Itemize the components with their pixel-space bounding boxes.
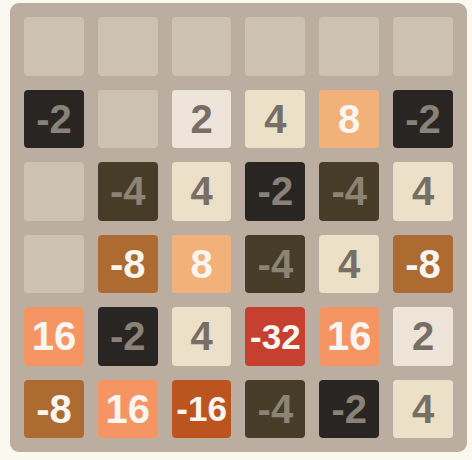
tile--2-r2c1: -2 <box>24 90 84 149</box>
cell-r3c5: -4 <box>319 162 379 221</box>
cell-r2c6: -2 <box>393 90 453 149</box>
cell-r5c5: 16 <box>319 307 379 366</box>
cell-r4c1 <box>24 235 84 294</box>
tile-4-r5c3: 4 <box>172 307 232 366</box>
cell-r4c6: -8 <box>393 235 453 294</box>
cell-r3c2: -4 <box>98 162 158 221</box>
tile-16-r5c1: 16 <box>24 307 84 366</box>
cell-r6c6: 4 <box>393 380 453 439</box>
cell-r4c3: 8 <box>172 235 232 294</box>
cell-r3c3: 4 <box>172 162 232 221</box>
tile-16-r6c2: 16 <box>98 380 158 439</box>
tile-4-r3c6: 4 <box>393 162 453 221</box>
tile--2-r2c6: -2 <box>393 90 453 149</box>
cell-r6c3: -16 <box>172 380 232 439</box>
cell-r2c1: -2 <box>24 90 84 149</box>
cell-r4c5: 4 <box>319 235 379 294</box>
tile--2-r3c4: -2 <box>245 162 305 221</box>
cell-r4c2: -8 <box>98 235 158 294</box>
cell-r2c5: 8 <box>319 90 379 149</box>
tile--8-r4c6: -8 <box>393 235 453 294</box>
tile--8-r6c1: -8 <box>24 380 84 439</box>
tile--16-r6c3: -16 <box>172 380 232 439</box>
tile-4-r4c5: 4 <box>319 235 379 294</box>
cell-r2c3: 2 <box>172 90 232 149</box>
cell-r6c2: 16 <box>98 380 158 439</box>
cell-r1c4 <box>245 17 305 76</box>
cell-r1c6 <box>393 17 453 76</box>
cell-r3c6: 4 <box>393 162 453 221</box>
cell-r1c3 <box>172 17 232 76</box>
tile--4-r6c4: -4 <box>245 380 305 439</box>
game-board[interactable]: -2248-2-44-2-44-88-44-816-24-32162-816-1… <box>10 3 467 452</box>
tile--2-r6c5: -2 <box>319 380 379 439</box>
cell-r5c2: -2 <box>98 307 158 366</box>
cell-r6c1: -8 <box>24 380 84 439</box>
cell-r2c2 <box>98 90 158 149</box>
cell-r6c4: -4 <box>245 380 305 439</box>
cell-r5c1: 16 <box>24 307 84 366</box>
tile-16-r5c5: 16 <box>319 307 379 366</box>
tile-4-r3c3: 4 <box>172 162 232 221</box>
tile--8-r4c2: -8 <box>98 235 158 294</box>
cell-r1c5 <box>319 17 379 76</box>
tile-2-r5c6: 2 <box>393 307 453 366</box>
cell-r5c3: 4 <box>172 307 232 366</box>
cell-r5c4: -32 <box>245 307 305 366</box>
cell-r6c5: -2 <box>319 380 379 439</box>
tile-4-r2c4: 4 <box>245 90 305 149</box>
cell-r3c1 <box>24 162 84 221</box>
cell-r2c4: 4 <box>245 90 305 149</box>
tile-8-r2c5: 8 <box>319 90 379 149</box>
cell-r1c1 <box>24 17 84 76</box>
cell-r4c4: -4 <box>245 235 305 294</box>
tile--4-r3c2: -4 <box>98 162 158 221</box>
cell-r1c2 <box>98 17 158 76</box>
tile-2-r2c3: 2 <box>172 90 232 149</box>
cell-r3c4: -2 <box>245 162 305 221</box>
tile--4-r3c5: -4 <box>319 162 379 221</box>
page-background: { "game": "2048 (6x6 variant with negati… <box>0 0 472 460</box>
cell-r5c6: 2 <box>393 307 453 366</box>
tile-8-r4c3: 8 <box>172 235 232 294</box>
tile--2-r5c2: -2 <box>98 307 158 366</box>
tile-4-r6c6: 4 <box>393 380 453 439</box>
tile--32-r5c4: -32 <box>245 307 305 366</box>
tile--4-r4c4: -4 <box>245 235 305 294</box>
